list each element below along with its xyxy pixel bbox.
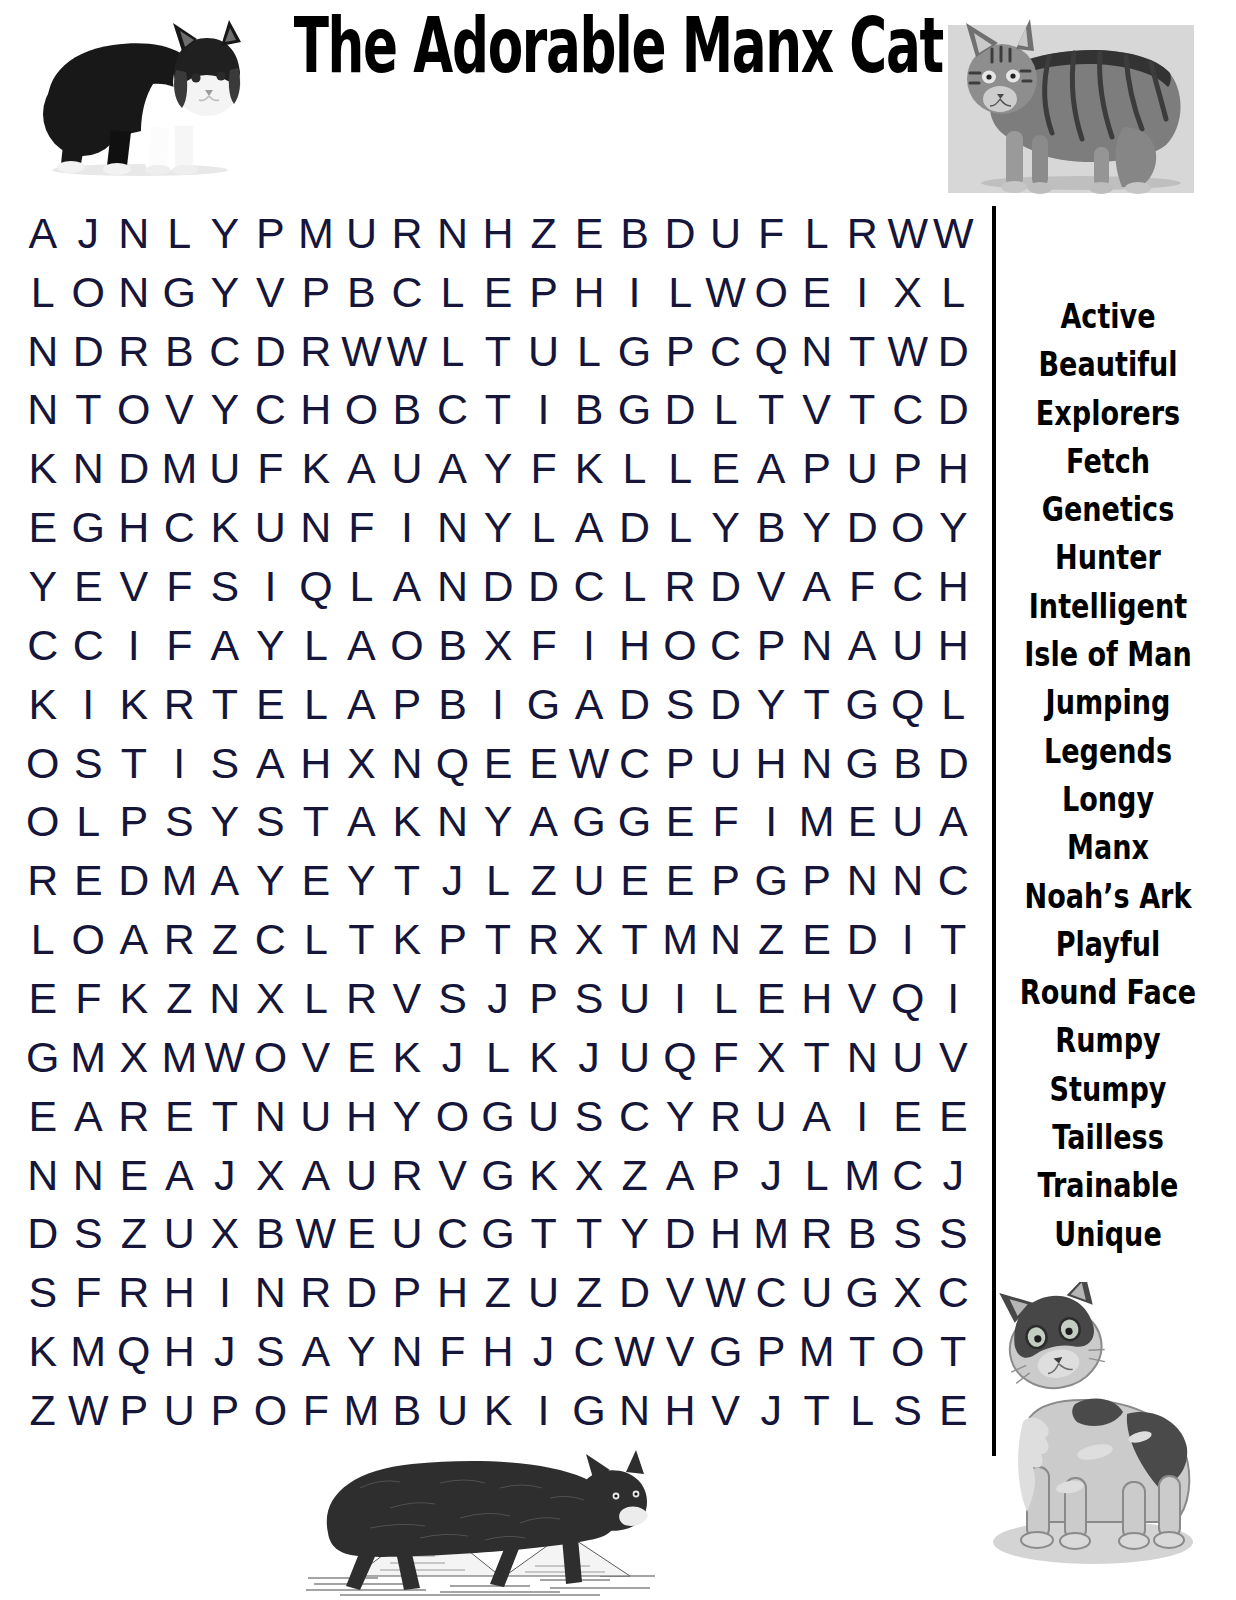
grid-cell[interactable]: Y	[930, 498, 976, 557]
grid-cell[interactable]: O	[248, 1028, 294, 1087]
grid-cell[interactable]: F	[521, 616, 567, 675]
grid-cell[interactable]: X	[885, 1263, 931, 1322]
grid-cell[interactable]: U	[157, 1205, 203, 1264]
grid-cell[interactable]: N	[111, 263, 157, 322]
grid-cell[interactable]: A	[111, 910, 157, 969]
grid-cell[interactable]: A	[430, 439, 476, 498]
grid-cell[interactable]: Y	[339, 1322, 385, 1381]
grid-cell[interactable]: Y	[202, 204, 248, 263]
grid-cell[interactable]: I	[475, 675, 521, 734]
grid-cell[interactable]: H	[794, 969, 840, 1028]
grid-cell[interactable]: O	[885, 1322, 931, 1381]
grid-cell[interactable]: T	[475, 381, 521, 440]
grid-cell[interactable]: A	[202, 851, 248, 910]
grid-cell[interactable]: O	[339, 381, 385, 440]
grid-cell[interactable]: H	[157, 1322, 203, 1381]
grid-cell[interactable]: G	[475, 1205, 521, 1264]
grid-cell[interactable]: T	[612, 910, 658, 969]
grid-cell[interactable]: M	[748, 1205, 794, 1264]
grid-cell[interactable]: O	[111, 381, 157, 440]
grid-cell[interactable]: H	[475, 1322, 521, 1381]
grid-cell[interactable]: Q	[885, 675, 931, 734]
grid-cell[interactable]: A	[293, 1146, 339, 1205]
grid-cell[interactable]: A	[248, 734, 294, 793]
grid-cell[interactable]: S	[66, 734, 112, 793]
grid-cell[interactable]: L	[612, 557, 658, 616]
grid-cell[interactable]: D	[248, 322, 294, 381]
grid-cell[interactable]: P	[293, 263, 339, 322]
grid-cell[interactable]: D	[703, 675, 749, 734]
grid-cell[interactable]: E	[20, 969, 66, 1028]
grid-cell[interactable]: F	[430, 1322, 476, 1381]
grid-cell[interactable]: U	[384, 439, 430, 498]
grid-cell[interactable]: A	[66, 1087, 112, 1146]
grid-cell[interactable]: Z	[202, 910, 248, 969]
grid-cell[interactable]: A	[566, 498, 612, 557]
grid-cell[interactable]: N	[111, 204, 157, 263]
grid-cell[interactable]: L	[20, 910, 66, 969]
grid-cell[interactable]: G	[66, 498, 112, 557]
grid-cell[interactable]: X	[566, 910, 612, 969]
grid-cell[interactable]: V	[748, 557, 794, 616]
grid-cell[interactable]: D	[657, 381, 703, 440]
grid-cell[interactable]: U	[521, 322, 567, 381]
grid-cell[interactable]: K	[293, 439, 339, 498]
grid-cell[interactable]: D	[111, 851, 157, 910]
grid-cell[interactable]: C	[566, 557, 612, 616]
grid-cell[interactable]: O	[384, 616, 430, 675]
grid-cell[interactable]: X	[248, 1146, 294, 1205]
grid-cell[interactable]: W	[66, 1381, 112, 1440]
grid-cell[interactable]: B	[157, 322, 203, 381]
grid-cell[interactable]: E	[475, 263, 521, 322]
grid-cell[interactable]: N	[794, 734, 840, 793]
grid-cell[interactable]: Y	[657, 1087, 703, 1146]
grid-cell[interactable]: S	[157, 793, 203, 852]
grid-cell[interactable]: N	[20, 1146, 66, 1205]
grid-cell[interactable]: D	[20, 1205, 66, 1264]
grid-cell[interactable]: H	[293, 381, 339, 440]
grid-cell[interactable]: Y	[384, 1087, 430, 1146]
grid-cell[interactable]: L	[66, 793, 112, 852]
grid-cell[interactable]: J	[430, 851, 476, 910]
grid-cell[interactable]: W	[703, 263, 749, 322]
grid-cell[interactable]: R	[521, 910, 567, 969]
grid-cell[interactable]: G	[157, 263, 203, 322]
grid-cell[interactable]: P	[748, 616, 794, 675]
grid-cell[interactable]: E	[20, 498, 66, 557]
grid-cell[interactable]: B	[339, 263, 385, 322]
grid-cell[interactable]: P	[794, 851, 840, 910]
grid-cell[interactable]: S	[66, 1205, 112, 1264]
grid-cell[interactable]: M	[157, 439, 203, 498]
grid-cell[interactable]: E	[930, 1381, 976, 1440]
grid-cell[interactable]: Y	[703, 498, 749, 557]
grid-cell[interactable]: G	[839, 675, 885, 734]
grid-cell[interactable]: T	[839, 381, 885, 440]
grid-cell[interactable]: E	[339, 1028, 385, 1087]
grid-cell[interactable]: S	[430, 969, 476, 1028]
grid-cell[interactable]: N	[430, 204, 476, 263]
grid-cell[interactable]: M	[293, 204, 339, 263]
grid-cell[interactable]: Q	[657, 1028, 703, 1087]
grid-cell[interactable]: F	[248, 439, 294, 498]
grid-cell[interactable]: J	[930, 1146, 976, 1205]
grid-cell[interactable]: E	[157, 1087, 203, 1146]
grid-cell[interactable]: W	[703, 1263, 749, 1322]
grid-cell[interactable]: U	[703, 204, 749, 263]
grid-cell[interactable]: D	[66, 322, 112, 381]
grid-cell[interactable]: U	[612, 969, 658, 1028]
grid-cell[interactable]: F	[157, 616, 203, 675]
grid-cell[interactable]: C	[885, 557, 931, 616]
grid-cell[interactable]: D	[930, 381, 976, 440]
grid-cell[interactable]: C	[612, 1087, 658, 1146]
grid-cell[interactable]: U	[703, 734, 749, 793]
grid-cell[interactable]: U	[521, 1087, 567, 1146]
grid-cell[interactable]: R	[157, 675, 203, 734]
grid-cell[interactable]: V	[157, 381, 203, 440]
grid-cell[interactable]: T	[339, 910, 385, 969]
grid-cell[interactable]: X	[339, 734, 385, 793]
grid-cell[interactable]: S	[885, 1381, 931, 1440]
grid-cell[interactable]: V	[794, 381, 840, 440]
grid-cell[interactable]: O	[20, 734, 66, 793]
grid-cell[interactable]: A	[339, 616, 385, 675]
grid-cell[interactable]: Y	[248, 851, 294, 910]
grid-cell[interactable]: Q	[293, 557, 339, 616]
grid-cell[interactable]: T	[521, 1205, 567, 1264]
grid-cell[interactable]: L	[339, 557, 385, 616]
grid-cell[interactable]: G	[703, 1322, 749, 1381]
grid-cell[interactable]: T	[748, 381, 794, 440]
grid-cell[interactable]: D	[930, 734, 976, 793]
grid-cell[interactable]: I	[157, 734, 203, 793]
grid-cell[interactable]: D	[612, 1263, 658, 1322]
grid-cell[interactable]: P	[111, 793, 157, 852]
grid-cell[interactable]: V	[930, 1028, 976, 1087]
grid-cell[interactable]: H	[157, 1263, 203, 1322]
grid-cell[interactable]: R	[384, 204, 430, 263]
grid-cell[interactable]: X	[248, 969, 294, 1028]
grid-cell[interactable]: L	[430, 322, 476, 381]
grid-cell[interactable]: C	[612, 734, 658, 793]
grid-cell[interactable]: I	[612, 263, 658, 322]
grid-cell[interactable]: N	[839, 851, 885, 910]
grid-cell[interactable]: O	[248, 1381, 294, 1440]
grid-cell[interactable]: E	[657, 793, 703, 852]
grid-cell[interactable]: L	[657, 439, 703, 498]
grid-cell[interactable]: S	[248, 793, 294, 852]
grid-cell[interactable]: N	[794, 616, 840, 675]
grid-cell[interactable]: A	[293, 1322, 339, 1381]
grid-cell[interactable]: A	[794, 1087, 840, 1146]
grid-cell[interactable]: P	[430, 910, 476, 969]
grid-cell[interactable]: C	[20, 616, 66, 675]
grid-cell[interactable]: L	[930, 263, 976, 322]
grid-cell[interactable]: V	[248, 263, 294, 322]
grid-cell[interactable]: N	[430, 793, 476, 852]
grid-cell[interactable]: K	[20, 439, 66, 498]
grid-cell[interactable]: B	[612, 204, 658, 263]
grid-cell[interactable]: R	[384, 1146, 430, 1205]
grid-cell[interactable]: T	[794, 1028, 840, 1087]
grid-cell[interactable]: C	[930, 1263, 976, 1322]
grid-cell[interactable]: L	[293, 969, 339, 1028]
grid-cell[interactable]: L	[566, 322, 612, 381]
grid-cell[interactable]: P	[521, 969, 567, 1028]
grid-cell[interactable]: S	[20, 1263, 66, 1322]
grid-cell[interactable]: E	[66, 557, 112, 616]
grid-cell[interactable]: T	[930, 910, 976, 969]
grid-cell[interactable]: N	[794, 322, 840, 381]
grid-cell[interactable]: A	[657, 1146, 703, 1205]
grid-cell[interactable]: R	[111, 1087, 157, 1146]
grid-cell[interactable]: L	[794, 204, 840, 263]
grid-cell[interactable]: V	[293, 1028, 339, 1087]
grid-cell[interactable]: R	[111, 1263, 157, 1322]
grid-cell[interactable]: Y	[202, 263, 248, 322]
grid-cell[interactable]: J	[430, 1028, 476, 1087]
grid-cell[interactable]: F	[748, 204, 794, 263]
grid-cell[interactable]: C	[384, 263, 430, 322]
grid-cell[interactable]: D	[339, 1263, 385, 1322]
grid-cell[interactable]: B	[384, 381, 430, 440]
grid-cell[interactable]: V	[384, 969, 430, 1028]
grid-cell[interactable]: C	[248, 910, 294, 969]
grid-cell[interactable]: L	[20, 263, 66, 322]
grid-cell[interactable]: V	[703, 1381, 749, 1440]
grid-cell[interactable]: G	[475, 1146, 521, 1205]
grid-cell[interactable]: P	[748, 1322, 794, 1381]
grid-cell[interactable]: A	[157, 1146, 203, 1205]
grid-cell[interactable]: H	[612, 616, 658, 675]
grid-cell[interactable]: A	[839, 616, 885, 675]
grid-cell[interactable]: O	[66, 910, 112, 969]
grid-cell[interactable]: V	[657, 1322, 703, 1381]
grid-cell[interactable]: L	[475, 1028, 521, 1087]
grid-cell[interactable]: L	[839, 1381, 885, 1440]
grid-cell[interactable]: T	[475, 322, 521, 381]
grid-cell[interactable]: Z	[612, 1146, 658, 1205]
grid-cell[interactable]: O	[748, 263, 794, 322]
grid-cell[interactable]: B	[248, 1205, 294, 1264]
grid-cell[interactable]: J	[66, 204, 112, 263]
grid-cell[interactable]: E	[475, 734, 521, 793]
grid-cell[interactable]: J	[566, 1028, 612, 1087]
grid-cell[interactable]: Z	[157, 969, 203, 1028]
grid-cell[interactable]: L	[293, 616, 339, 675]
grid-cell[interactable]: N	[248, 1263, 294, 1322]
grid-cell[interactable]: P	[248, 204, 294, 263]
grid-cell[interactable]: X	[566, 1146, 612, 1205]
grid-cell[interactable]: M	[794, 1322, 840, 1381]
grid-cell[interactable]: H	[930, 439, 976, 498]
grid-cell[interactable]: K	[20, 1322, 66, 1381]
grid-cell[interactable]: L	[794, 1146, 840, 1205]
grid-cell[interactable]: C	[202, 322, 248, 381]
grid-cell[interactable]: U	[839, 439, 885, 498]
grid-cell[interactable]: S	[202, 734, 248, 793]
grid-cell[interactable]: I	[748, 793, 794, 852]
grid-cell[interactable]: M	[66, 1028, 112, 1087]
grid-cell[interactable]: A	[339, 793, 385, 852]
grid-cell[interactable]: K	[521, 1146, 567, 1205]
grid-cell[interactable]: X	[475, 616, 521, 675]
grid-cell[interactable]: S	[248, 1322, 294, 1381]
grid-cell[interactable]: J	[748, 1146, 794, 1205]
grid-cell[interactable]: Z	[20, 1381, 66, 1440]
grid-cell[interactable]: E	[794, 263, 840, 322]
grid-cell[interactable]: L	[293, 910, 339, 969]
grid-cell[interactable]: C	[566, 1322, 612, 1381]
grid-cell[interactable]: N	[430, 498, 476, 557]
grid-cell[interactable]: H	[703, 1205, 749, 1264]
grid-cell[interactable]: T	[566, 1205, 612, 1264]
grid-cell[interactable]: U	[339, 1146, 385, 1205]
grid-cell[interactable]: E	[339, 1205, 385, 1264]
grid-cell[interactable]: F	[521, 439, 567, 498]
grid-cell[interactable]: I	[930, 969, 976, 1028]
grid-cell[interactable]: U	[248, 498, 294, 557]
grid-cell[interactable]: I	[566, 616, 612, 675]
grid-cell[interactable]: B	[885, 734, 931, 793]
grid-cell[interactable]: I	[657, 969, 703, 1028]
grid-cell[interactable]: P	[885, 439, 931, 498]
grid-cell[interactable]: C	[430, 381, 476, 440]
grid-cell[interactable]: V	[839, 969, 885, 1028]
grid-cell[interactable]: U	[202, 439, 248, 498]
grid-cell[interactable]: Y	[339, 851, 385, 910]
grid-cell[interactable]: I	[384, 498, 430, 557]
grid-cell[interactable]: E	[293, 851, 339, 910]
grid-cell[interactable]: N	[66, 439, 112, 498]
grid-cell[interactable]: C	[157, 498, 203, 557]
grid-cell[interactable]: N	[66, 1146, 112, 1205]
grid-cell[interactable]: T	[930, 1322, 976, 1381]
grid-cell[interactable]: X	[111, 1028, 157, 1087]
grid-cell[interactable]: D	[475, 557, 521, 616]
grid-cell[interactable]: P	[111, 1381, 157, 1440]
grid-cell[interactable]: B	[566, 381, 612, 440]
grid-cell[interactable]: G	[612, 793, 658, 852]
grid-cell[interactable]: U	[612, 1028, 658, 1087]
grid-cell[interactable]: K	[521, 1028, 567, 1087]
grid-cell[interactable]: D	[612, 498, 658, 557]
grid-cell[interactable]: F	[66, 969, 112, 1028]
grid-cell[interactable]: E	[111, 1146, 157, 1205]
grid-cell[interactable]: H	[566, 263, 612, 322]
grid-cell[interactable]: A	[748, 439, 794, 498]
grid-cell[interactable]: X	[202, 1205, 248, 1264]
grid-cell[interactable]: H	[430, 1263, 476, 1322]
grid-cell[interactable]: E	[657, 851, 703, 910]
grid-cell[interactable]: U	[885, 793, 931, 852]
grid-cell[interactable]: H	[748, 734, 794, 793]
grid-cell[interactable]: P	[384, 1263, 430, 1322]
grid-cell[interactable]: J	[521, 1322, 567, 1381]
grid-cell[interactable]: D	[703, 557, 749, 616]
grid-cell[interactable]: V	[430, 1146, 476, 1205]
grid-cell[interactable]: L	[521, 498, 567, 557]
grid-cell[interactable]: T	[293, 793, 339, 852]
grid-cell[interactable]: R	[339, 969, 385, 1028]
grid-cell[interactable]: L	[430, 263, 476, 322]
grid-cell[interactable]: C	[703, 616, 749, 675]
grid-cell[interactable]: N	[384, 1322, 430, 1381]
grid-cell[interactable]: E	[885, 1087, 931, 1146]
grid-cell[interactable]: Y	[475, 793, 521, 852]
grid-cell[interactable]: M	[157, 851, 203, 910]
grid-cell[interactable]: P	[202, 1381, 248, 1440]
grid-cell[interactable]: F	[66, 1263, 112, 1322]
grid-cell[interactable]: Z	[566, 1263, 612, 1322]
grid-cell[interactable]: K	[20, 675, 66, 734]
grid-cell[interactable]: W	[885, 204, 931, 263]
grid-cell[interactable]: H	[930, 616, 976, 675]
grid-cell[interactable]: E	[521, 734, 567, 793]
grid-cell[interactable]: Y	[202, 793, 248, 852]
grid-cell[interactable]: A	[202, 616, 248, 675]
grid-cell[interactable]: Y	[248, 616, 294, 675]
grid-cell[interactable]: I	[202, 1263, 248, 1322]
grid-cell[interactable]: S	[885, 1205, 931, 1264]
grid-cell[interactable]: Y	[794, 498, 840, 557]
grid-cell[interactable]: B	[430, 675, 476, 734]
grid-cell[interactable]: Q	[748, 322, 794, 381]
grid-cell[interactable]: M	[657, 910, 703, 969]
grid-cell[interactable]: E	[612, 851, 658, 910]
grid-cell[interactable]: J	[475, 969, 521, 1028]
grid-cell[interactable]: F	[839, 557, 885, 616]
grid-cell[interactable]: Q	[430, 734, 476, 793]
grid-cell[interactable]: U	[521, 1263, 567, 1322]
grid-cell[interactable]: A	[521, 793, 567, 852]
grid-cell[interactable]: I	[248, 557, 294, 616]
grid-cell[interactable]: O	[657, 616, 703, 675]
grid-cell[interactable]: E	[930, 1087, 976, 1146]
grid-cell[interactable]: I	[111, 616, 157, 675]
grid-cell[interactable]: E	[20, 1087, 66, 1146]
grid-cell[interactable]: B	[430, 616, 476, 675]
grid-cell[interactable]: J	[202, 1322, 248, 1381]
grid-cell[interactable]: N	[293, 498, 339, 557]
grid-cell[interactable]: D	[111, 439, 157, 498]
grid-cell[interactable]: F	[157, 557, 203, 616]
grid-cell[interactable]: A	[339, 675, 385, 734]
grid-cell[interactable]: L	[657, 263, 703, 322]
grid-cell[interactable]: S	[566, 969, 612, 1028]
grid-cell[interactable]: D	[930, 322, 976, 381]
grid-cell[interactable]: U	[748, 1087, 794, 1146]
grid-cell[interactable]: V	[657, 1263, 703, 1322]
grid-cell[interactable]: Z	[111, 1205, 157, 1264]
grid-cell[interactable]: K	[384, 1028, 430, 1087]
grid-cell[interactable]: G	[566, 793, 612, 852]
grid-cell[interactable]: E	[66, 851, 112, 910]
grid-cell[interactable]: A	[339, 439, 385, 498]
grid-cell[interactable]: Z	[748, 910, 794, 969]
grid-cell[interactable]: K	[384, 793, 430, 852]
grid-cell[interactable]: G	[839, 734, 885, 793]
grid-cell[interactable]: B	[839, 1205, 885, 1264]
grid-cell[interactable]: N	[885, 851, 931, 910]
grid-cell[interactable]: T	[839, 1322, 885, 1381]
grid-cell[interactable]: D	[612, 675, 658, 734]
grid-cell[interactable]: Z	[521, 204, 567, 263]
grid-cell[interactable]: R	[839, 204, 885, 263]
grid-cell[interactable]: G	[20, 1028, 66, 1087]
